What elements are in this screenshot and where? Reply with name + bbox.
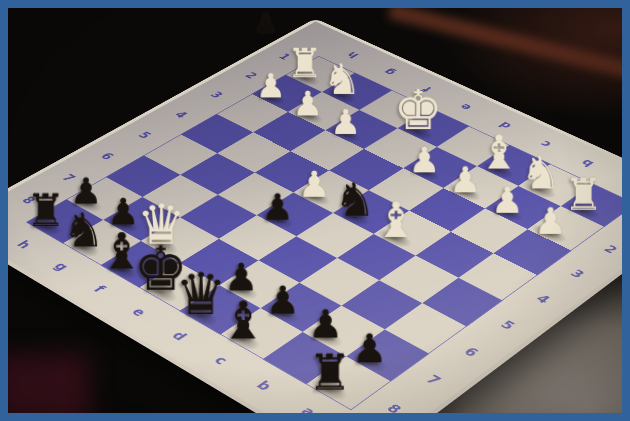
piece-black-knight-g8: ♞	[62, 209, 104, 254]
piece-white-knight-b1: ♞	[520, 152, 561, 195]
background-smudge	[0, 355, 89, 421]
piece-white-pawn-e4: ♟	[298, 168, 330, 202]
piece-black-pawn-e5: ♟	[261, 190, 294, 224]
piece-white-knight-g1: ♞	[323, 60, 361, 100]
piece-black-pawn-b7: ♟	[308, 306, 343, 343]
piece-white-rook-h1: ♜	[287, 44, 323, 82]
piece-white-bishop-c1: ♝	[478, 131, 520, 175]
piece-white-pawn-g2: ♟	[293, 88, 323, 120]
piece-white-pawn-f2: ♟	[330, 106, 361, 139]
piece-white-bishop-c4: ♝	[374, 197, 418, 244]
piece-black-rook-h8: ♜	[26, 190, 66, 232]
piece-white-pawn-b2: ♟	[491, 184, 523, 218]
piece-white-pawn-d2: ♟	[409, 144, 441, 177]
piece-white-pawn-c2: ♟	[449, 164, 481, 198]
piece-white-pawn-h2: ♟	[256, 70, 286, 102]
piece-white-rook-a1: ♜	[564, 174, 604, 216]
photo-frame: ♟ hgfedcba1♜♞♚♝♞♜12♟♟♟♟♟♟♟2334♟♞♝45♟5667…	[0, 0, 630, 421]
piece-black-rook-a8: ♜	[308, 349, 352, 396]
piece-black-knight-d4: ♞	[334, 179, 376, 223]
piece-black-pawn-c7: ♟	[266, 283, 301, 320]
captured-black-pawn: ♟	[254, 8, 277, 38]
piece-black-pawn-a7: ♟	[352, 330, 388, 368]
piece-white-pawn-a2: ♟	[534, 204, 567, 239]
piece-black-bishop-c8: ♝	[219, 296, 266, 346]
piece-white-king-e1: ♚	[394, 84, 443, 136]
